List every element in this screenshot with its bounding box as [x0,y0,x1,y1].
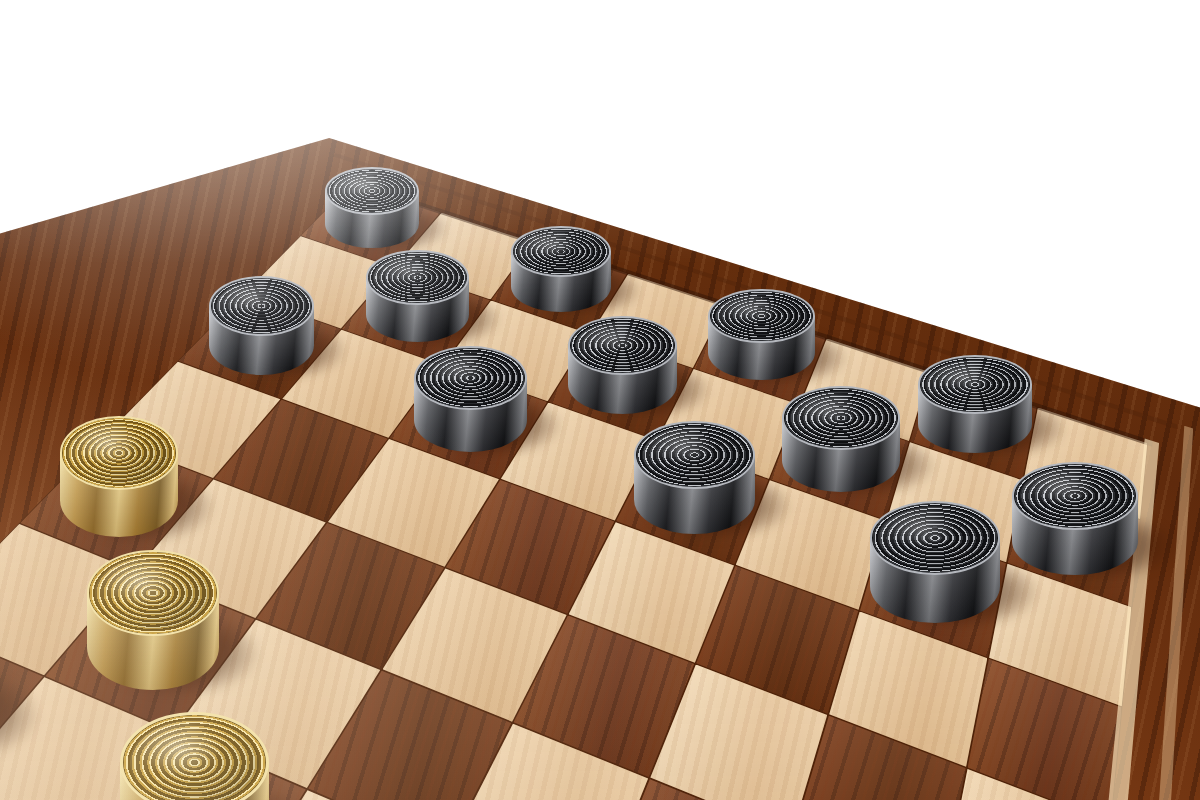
piece-top-rings [634,421,755,490]
dark-piece-a8[interactable] [325,167,419,248]
piece-top-rings [918,355,1032,414]
dark-piece-g8[interactable] [918,355,1032,453]
piece-top-rings [120,712,269,800]
dark-piece-g6[interactable] [870,501,1000,623]
photo-scene [0,0,1200,800]
piece-top-rings [325,167,419,216]
piece-top-rings [414,346,527,410]
dark-piece-d7[interactable] [568,316,678,415]
piece-top-rings [209,276,314,336]
piece-top-rings [87,550,219,636]
gold-piece-c2[interactable] [120,712,269,800]
dark-piece-c6[interactable] [414,346,527,452]
piece-top-rings [870,501,1000,575]
dark-piece-f7[interactable] [782,386,899,492]
piece-top-rings [60,416,179,490]
piece-top-rings [568,316,678,375]
dark-piece-e6[interactable] [634,421,755,535]
checkers-board [0,0,1200,800]
dark-piece-e8[interactable] [708,289,815,381]
piece-top-rings [782,386,899,450]
piece-top-rings [1012,462,1138,530]
gold-piece-b3[interactable] [87,550,219,690]
piece-top-rings [708,289,815,344]
piece-top-rings [511,226,611,278]
dark-piece-b7[interactable] [366,250,469,342]
piece-top-rings [366,250,469,306]
gold-piece-a4[interactable] [60,416,179,537]
dark-piece-c8[interactable] [511,226,611,312]
dark-piece-h7[interactable] [1012,462,1138,575]
dark-piece-a6[interactable] [209,276,314,375]
